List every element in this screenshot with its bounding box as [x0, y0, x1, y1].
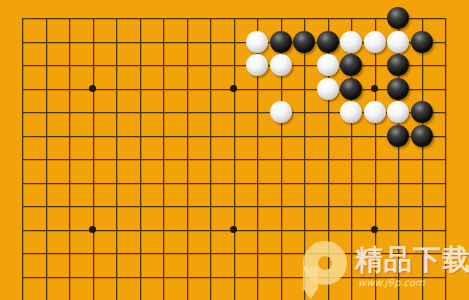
stone-black[interactable]	[270, 31, 292, 53]
watermark: 精品下载 www.j9p.com	[288, 238, 469, 300]
star-point	[371, 226, 378, 233]
star-point	[371, 85, 378, 92]
go-board-screenshot: 精品下载 www.j9p.com	[0, 0, 469, 300]
j9p-logo-icon	[293, 241, 353, 299]
stone-white[interactable]	[246, 54, 268, 76]
stone-black[interactable]	[340, 78, 362, 100]
stone-white[interactable]	[364, 31, 386, 53]
stone-black[interactable]	[387, 125, 409, 147]
stone-white[interactable]	[364, 101, 386, 123]
grid-line-horizontal	[22, 183, 446, 184]
stone-white[interactable]	[340, 31, 362, 53]
stone-white[interactable]	[270, 54, 292, 76]
grid-line-horizontal	[22, 159, 446, 160]
stone-black[interactable]	[411, 31, 433, 53]
grid-line-horizontal	[22, 18, 446, 19]
stone-white[interactable]	[317, 78, 339, 100]
star-point	[89, 85, 96, 92]
grid-line-horizontal	[22, 65, 446, 66]
stone-black[interactable]	[411, 101, 433, 123]
stone-black[interactable]	[387, 78, 409, 100]
stone-white[interactable]	[317, 54, 339, 76]
stone-black[interactable]	[411, 125, 433, 147]
stone-black[interactable]	[340, 54, 362, 76]
grid-line-horizontal	[22, 206, 446, 207]
stone-white[interactable]	[340, 101, 362, 123]
watermark-url: www.j9p.com	[358, 277, 425, 288]
grid-line-horizontal	[22, 136, 446, 137]
watermark-title: 精品下载	[355, 246, 469, 274]
stone-white[interactable]	[246, 31, 268, 53]
stone-black[interactable]	[293, 31, 315, 53]
star-point	[230, 226, 237, 233]
stone-black[interactable]	[317, 31, 339, 53]
logo-stem	[303, 266, 318, 299]
stone-white[interactable]	[387, 101, 409, 123]
star-point	[230, 85, 237, 92]
star-point	[89, 226, 96, 233]
stone-white[interactable]	[387, 31, 409, 53]
stone-black[interactable]	[387, 7, 409, 29]
stone-black[interactable]	[387, 54, 409, 76]
stone-white[interactable]	[270, 101, 292, 123]
